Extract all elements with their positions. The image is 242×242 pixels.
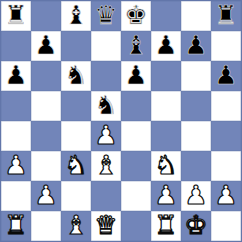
square-c6[interactable]: ♞ — [61, 61, 91, 91]
square-h3[interactable] — [211, 151, 241, 181]
square-d6[interactable] — [91, 61, 121, 91]
black-bishop-piece[interactable]: ♝ — [124, 32, 147, 58]
square-b6[interactable] — [31, 61, 61, 91]
square-h5[interactable] — [211, 91, 241, 121]
square-d4[interactable]: ♟ — [91, 121, 121, 151]
white-pawn-piece[interactable]: ♟ — [214, 182, 237, 208]
white-knight-piece[interactable]: ♞ — [64, 152, 87, 178]
chess-board: ♜♝♛♚♜♟♝♟♟♟♞♟♟♞♟♟♞♝♞♟♟♟♟♜♝♛♜♚ — [0, 0, 242, 242]
square-a4[interactable] — [1, 121, 31, 151]
black-pawn-piece[interactable]: ♟ — [154, 32, 177, 58]
square-a6[interactable]: ♟ — [1, 61, 31, 91]
square-a1[interactable]: ♜ — [1, 211, 31, 241]
square-f7[interactable]: ♟ — [151, 31, 181, 61]
square-f1[interactable]: ♜ — [151, 211, 181, 241]
square-c2[interactable] — [61, 181, 91, 211]
square-d2[interactable] — [91, 181, 121, 211]
square-a8[interactable]: ♜ — [1, 1, 31, 31]
black-pawn-piece[interactable]: ♟ — [4, 62, 27, 88]
black-queen-piece[interactable]: ♛ — [94, 2, 117, 28]
square-e6[interactable]: ♟ — [121, 61, 151, 91]
square-b5[interactable] — [31, 91, 61, 121]
square-h8[interactable]: ♜ — [211, 1, 241, 31]
white-bishop-piece[interactable]: ♝ — [64, 212, 87, 238]
square-c8[interactable]: ♝ — [61, 1, 91, 31]
white-pawn-piece[interactable]: ♟ — [4, 152, 27, 178]
square-a5[interactable] — [1, 91, 31, 121]
square-d7[interactable] — [91, 31, 121, 61]
square-g5[interactable] — [181, 91, 211, 121]
square-f5[interactable] — [151, 91, 181, 121]
square-a7[interactable] — [1, 31, 31, 61]
square-g2[interactable]: ♟ — [181, 181, 211, 211]
square-b8[interactable] — [31, 1, 61, 31]
square-b2[interactable]: ♟ — [31, 181, 61, 211]
black-rook-piece[interactable]: ♜ — [4, 2, 27, 28]
square-g6[interactable] — [181, 61, 211, 91]
square-h7[interactable] — [211, 31, 241, 61]
square-g8[interactable] — [181, 1, 211, 31]
square-g4[interactable] — [181, 121, 211, 151]
square-d3[interactable]: ♝ — [91, 151, 121, 181]
square-b3[interactable] — [31, 151, 61, 181]
black-pawn-piece[interactable]: ♟ — [34, 32, 57, 58]
square-d1[interactable]: ♛ — [91, 211, 121, 241]
black-knight-piece[interactable]: ♞ — [94, 92, 117, 118]
square-b7[interactable]: ♟ — [31, 31, 61, 61]
square-e8[interactable]: ♚ — [121, 1, 151, 31]
black-bishop-piece[interactable]: ♝ — [64, 2, 87, 28]
white-queen-piece[interactable]: ♛ — [94, 212, 117, 238]
black-pawn-piece[interactable]: ♟ — [124, 62, 147, 88]
square-e3[interactable] — [121, 151, 151, 181]
black-king-piece[interactable]: ♚ — [124, 2, 147, 28]
square-f6[interactable] — [151, 61, 181, 91]
square-h1[interactable] — [211, 211, 241, 241]
square-c7[interactable] — [61, 31, 91, 61]
square-d5[interactable]: ♞ — [91, 91, 121, 121]
square-g1[interactable]: ♚ — [181, 211, 211, 241]
square-f8[interactable] — [151, 1, 181, 31]
square-c5[interactable] — [61, 91, 91, 121]
white-pawn-piece[interactable]: ♟ — [154, 182, 177, 208]
white-pawn-piece[interactable]: ♟ — [184, 182, 207, 208]
square-d8[interactable]: ♛ — [91, 1, 121, 31]
white-rook-piece[interactable]: ♜ — [154, 212, 177, 238]
square-b4[interactable] — [31, 121, 61, 151]
square-c1[interactable]: ♝ — [61, 211, 91, 241]
black-pawn-piece[interactable]: ♟ — [184, 32, 207, 58]
square-e7[interactable]: ♝ — [121, 31, 151, 61]
black-rook-piece[interactable]: ♜ — [214, 2, 237, 28]
square-h4[interactable] — [211, 121, 241, 151]
white-knight-piece[interactable]: ♞ — [154, 152, 177, 178]
white-pawn-piece[interactable]: ♟ — [34, 182, 57, 208]
square-g7[interactable]: ♟ — [181, 31, 211, 61]
square-f2[interactable]: ♟ — [151, 181, 181, 211]
square-h2[interactable]: ♟ — [211, 181, 241, 211]
square-a2[interactable] — [1, 181, 31, 211]
square-g3[interactable] — [181, 151, 211, 181]
square-e2[interactable] — [121, 181, 151, 211]
square-a3[interactable]: ♟ — [1, 151, 31, 181]
white-bishop-piece[interactable]: ♝ — [94, 152, 117, 178]
square-f3[interactable]: ♞ — [151, 151, 181, 181]
white-pawn-piece[interactable]: ♟ — [94, 122, 117, 148]
square-e5[interactable] — [121, 91, 151, 121]
black-pawn-piece[interactable]: ♟ — [214, 62, 237, 88]
black-knight-piece[interactable]: ♞ — [64, 62, 87, 88]
white-king-piece[interactable]: ♚ — [184, 212, 207, 238]
white-rook-piece[interactable]: ♜ — [4, 212, 27, 238]
square-e1[interactable] — [121, 211, 151, 241]
square-b1[interactable] — [31, 211, 61, 241]
square-e4[interactable] — [121, 121, 151, 151]
square-c3[interactable]: ♞ — [61, 151, 91, 181]
square-c4[interactable] — [61, 121, 91, 151]
square-f4[interactable] — [151, 121, 181, 151]
square-h6[interactable]: ♟ — [211, 61, 241, 91]
